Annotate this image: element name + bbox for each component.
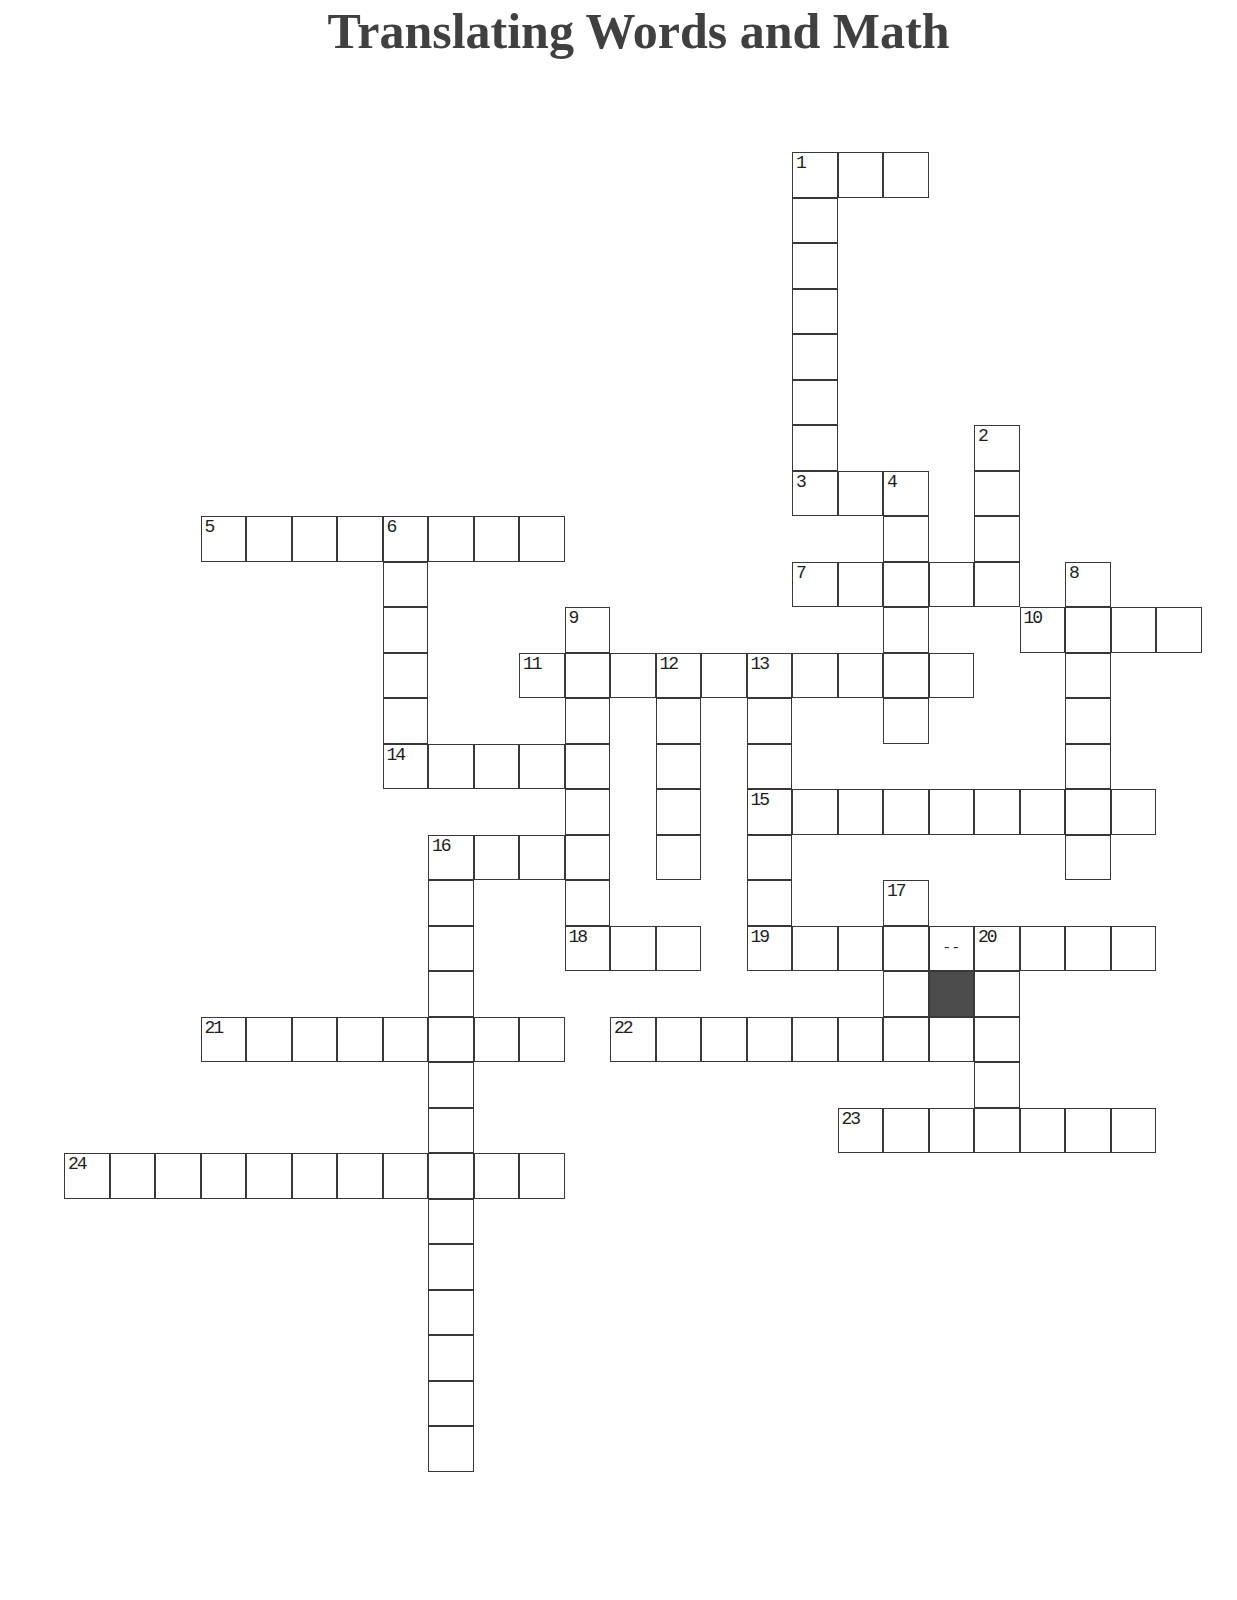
grid-cell[interactable]: 16 <box>428 835 474 881</box>
clue-number: 14 <box>387 746 405 765</box>
grid-cell[interactable]: 17 <box>883 880 929 926</box>
grid-cell[interactable] <box>1020 789 1066 835</box>
grid-cell[interactable] <box>747 744 793 790</box>
grid-cell[interactable] <box>974 1062 1020 1108</box>
grid-cell[interactable] <box>519 835 565 881</box>
grid-cell[interactable] <box>883 926 929 972</box>
grid-cell[interactable] <box>792 926 838 972</box>
clue-number: 2 <box>978 427 987 446</box>
grid-cell[interactable] <box>792 425 838 471</box>
grid-cell[interactable]: 3 <box>792 471 838 517</box>
grid-cell[interactable]: 21 <box>201 1017 247 1063</box>
grid-cell[interactable] <box>246 1153 292 1199</box>
grid-cell[interactable] <box>565 653 611 699</box>
clue-number: 9 <box>569 609 578 628</box>
clue-number: 8 <box>1069 564 1078 583</box>
grid-cell[interactable] <box>428 1017 474 1063</box>
clue-number: 11 <box>523 655 541 674</box>
grid-cell[interactable] <box>1020 926 1066 972</box>
grid-cell[interactable] <box>838 562 884 608</box>
clue-number: 20 <box>978 928 996 947</box>
grid-cell[interactable] <box>792 243 838 289</box>
grid-cell[interactable] <box>656 926 702 972</box>
grid-cell[interactable] <box>428 1062 474 1108</box>
grid-cell[interactable] <box>747 835 793 881</box>
clue-number: 13 <box>751 655 769 674</box>
grid-cell[interactable] <box>1111 607 1157 653</box>
grid-cell[interactable] <box>883 562 929 608</box>
grid-cell[interactable] <box>792 653 838 699</box>
grid-cell[interactable]: 14 <box>383 744 429 790</box>
clue-number: 5 <box>205 518 214 537</box>
grid-cell[interactable] <box>610 653 656 699</box>
grid-cell[interactable] <box>747 698 793 744</box>
grid-cell[interactable] <box>519 744 565 790</box>
grid-cell[interactable] <box>383 562 429 608</box>
clue-number: 15 <box>751 791 769 810</box>
grid-cell[interactable] <box>155 1153 201 1199</box>
grid-cell[interactable] <box>246 516 292 562</box>
grid-cell[interactable] <box>1065 835 1111 881</box>
grid-cell[interactable] <box>428 1290 474 1336</box>
grid-cell[interactable] <box>474 1153 520 1199</box>
grid-cell[interactable] <box>974 516 1020 562</box>
grid-cell[interactable] <box>838 152 884 198</box>
grid-cell[interactable]: 20 <box>974 926 1020 972</box>
clue-number: 3 <box>796 473 805 492</box>
grid-cell[interactable]: 23 <box>838 1108 884 1154</box>
grid-cell[interactable] <box>656 835 702 881</box>
grid-cell[interactable] <box>883 1017 929 1063</box>
dash-marker: -- <box>930 940 974 957</box>
grid-cell[interactable] <box>1065 698 1111 744</box>
grid-cell[interactable] <box>838 653 884 699</box>
grid-cell[interactable] <box>883 516 929 562</box>
grid-cell[interactable] <box>883 152 929 198</box>
grid-cell[interactable] <box>383 607 429 653</box>
grid-cell[interactable] <box>792 380 838 426</box>
grid-cell[interactable] <box>929 1108 975 1154</box>
grid-cell[interactable] <box>428 1381 474 1427</box>
grid-cell[interactable] <box>974 971 1020 1017</box>
grid-cell[interactable] <box>565 835 611 881</box>
grid-cell[interactable] <box>974 471 1020 517</box>
clue-number: 16 <box>432 837 450 856</box>
grid-cell[interactable]: 2 <box>974 425 1020 471</box>
grid-cell[interactable] <box>929 789 975 835</box>
grid-cell[interactable] <box>792 789 838 835</box>
clue-number: 4 <box>887 473 896 492</box>
grid-cell[interactable]: 6 <box>383 516 429 562</box>
grid-cell[interactable] <box>337 516 383 562</box>
grid-cell[interactable] <box>929 653 975 699</box>
grid-cell[interactable] <box>1065 926 1111 972</box>
clue-number: 10 <box>1024 609 1042 628</box>
grid-cell[interactable] <box>883 1108 929 1154</box>
grid-cell[interactable] <box>565 698 611 744</box>
grid-cell[interactable] <box>838 471 884 517</box>
grid-cell[interactable] <box>110 1153 156 1199</box>
grid-cell[interactable] <box>883 653 929 699</box>
grid-cell[interactable] <box>838 789 884 835</box>
grid-cell[interactable] <box>1111 1108 1157 1154</box>
grid-cell[interactable] <box>428 1199 474 1245</box>
grid-cell[interactable] <box>474 516 520 562</box>
clue-number: 17 <box>887 882 905 901</box>
grid-cell[interactable] <box>974 1108 1020 1154</box>
grid-cell[interactable]: 12 <box>656 653 702 699</box>
grid-cell[interactable] <box>383 653 429 699</box>
grid-cell[interactable] <box>337 1153 383 1199</box>
grid-cell[interactable] <box>474 835 520 881</box>
grid-cell[interactable] <box>428 880 474 926</box>
grid-cell[interactable] <box>428 516 474 562</box>
grid-cell[interactable] <box>883 698 929 744</box>
clue-number: 24 <box>68 1155 86 1174</box>
grid-cell[interactable]: 15 <box>747 789 793 835</box>
grid-cell[interactable]: 8 <box>1065 562 1111 608</box>
grid-cell[interactable]: 11 <box>519 653 565 699</box>
grid-cell[interactable]: 24 <box>64 1153 110 1199</box>
grid-cell[interactable] <box>792 334 838 380</box>
grid-cell[interactable]: 5 <box>201 516 247 562</box>
grid-cell[interactable]: 22 <box>610 1017 656 1063</box>
grid-cell[interactable] <box>838 1017 884 1063</box>
grid-cell[interactable] <box>656 1017 702 1063</box>
grid-cell[interactable] <box>1111 926 1157 972</box>
grid-cell[interactable] <box>792 1017 838 1063</box>
grid-cell[interactable] <box>565 880 611 926</box>
grid-cell[interactable] <box>656 789 702 835</box>
grid-cell[interactable] <box>519 1153 565 1199</box>
grid-cell[interactable] <box>701 653 747 699</box>
grid-cell[interactable] <box>974 1017 1020 1063</box>
grid-cell[interactable] <box>474 1017 520 1063</box>
grid-cell[interactable]: 7 <box>792 562 838 608</box>
grid-cell[interactable] <box>747 880 793 926</box>
grid-cell[interactable] <box>383 1153 429 1199</box>
grid-cell[interactable] <box>1156 607 1202 653</box>
grid-cell[interactable]: 9 <box>565 607 611 653</box>
grid-cell[interactable] <box>1065 1108 1111 1154</box>
grid-cell[interactable] <box>292 1153 338 1199</box>
grid-cell[interactable] <box>428 1108 474 1154</box>
grid-cell[interactable] <box>974 789 1020 835</box>
grid-cell[interactable] <box>792 198 838 244</box>
grid-cell[interactable] <box>883 971 929 1017</box>
grid-cell[interactable] <box>292 516 338 562</box>
grid-cell[interactable] <box>428 926 474 972</box>
grid-cell[interactable] <box>428 744 474 790</box>
clue-number: 23 <box>842 1110 860 1129</box>
grid-cell[interactable] <box>292 1017 338 1063</box>
grid-cell[interactable]: -- <box>929 926 975 972</box>
grid-cell[interactable] <box>428 1244 474 1290</box>
grid-cell[interactable] <box>792 289 838 335</box>
grid-cell[interactable] <box>929 562 975 608</box>
grid-cell[interactable]: 1 <box>792 152 838 198</box>
grid-cell[interactable] <box>1065 653 1111 699</box>
grid-cell[interactable] <box>1065 789 1111 835</box>
grid-cell[interactable] <box>519 516 565 562</box>
clue-number: 18 <box>569 928 587 947</box>
grid-cell[interactable] <box>1111 789 1157 835</box>
grid-cell[interactable] <box>201 1153 247 1199</box>
grid-cell[interactable] <box>474 744 520 790</box>
grid-cell[interactable] <box>428 1335 474 1381</box>
grid-cell[interactable]: 4 <box>883 471 929 517</box>
grid-cell[interactable] <box>383 1017 429 1063</box>
grid-cell[interactable] <box>383 698 429 744</box>
grid-cell[interactable] <box>929 1017 975 1063</box>
clue-number: 12 <box>660 655 678 674</box>
grid-cell[interactable] <box>656 744 702 790</box>
grid-cell[interactable] <box>337 1017 383 1063</box>
worksheet-page: Translating Words and Math 1234567891011… <box>0 0 1237 1600</box>
page-title: Translating Words and Math <box>0 2 1237 60</box>
grid-cell[interactable] <box>974 562 1020 608</box>
grid-cell[interactable] <box>747 1017 793 1063</box>
grid-cell[interactable] <box>883 789 929 835</box>
blocked-cell <box>929 971 975 1017</box>
grid-cell[interactable]: 19 <box>747 926 793 972</box>
clue-number: 6 <box>387 518 396 537</box>
grid-cell[interactable] <box>565 789 611 835</box>
grid-cell[interactable] <box>1020 1108 1066 1154</box>
grid-cell[interactable] <box>428 971 474 1017</box>
grid-cell[interactable]: 13 <box>747 653 793 699</box>
clue-number: 22 <box>614 1019 632 1038</box>
grid-cell[interactable] <box>1065 607 1111 653</box>
clue-number: 1 <box>796 154 805 173</box>
grid-cell[interactable] <box>246 1017 292 1063</box>
grid-cell[interactable] <box>883 607 929 653</box>
grid-cell[interactable] <box>1065 744 1111 790</box>
grid-cell[interactable] <box>701 1017 747 1063</box>
crossword-grid: 12345678910111213141516171819--202122232… <box>64 152 1202 1472</box>
clue-number: 19 <box>751 928 769 947</box>
clue-number: 21 <box>205 1019 223 1038</box>
grid-cell[interactable] <box>428 1153 474 1199</box>
grid-cell[interactable] <box>428 1426 474 1472</box>
grid-cell[interactable] <box>838 926 884 972</box>
grid-cell[interactable] <box>519 1017 565 1063</box>
grid-cell[interactable] <box>656 698 702 744</box>
grid-cell[interactable]: 10 <box>1020 607 1066 653</box>
grid-cell[interactable]: 18 <box>565 926 611 972</box>
grid-cell[interactable] <box>610 926 656 972</box>
clue-number: 7 <box>796 564 805 583</box>
grid-cell[interactable] <box>565 744 611 790</box>
